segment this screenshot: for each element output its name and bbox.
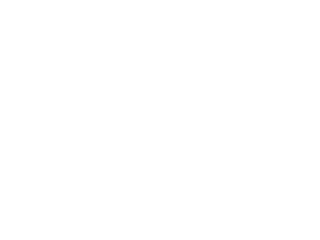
board-grid-lines — [0, 0, 211, 211]
go-board — [0, 0, 211, 211]
